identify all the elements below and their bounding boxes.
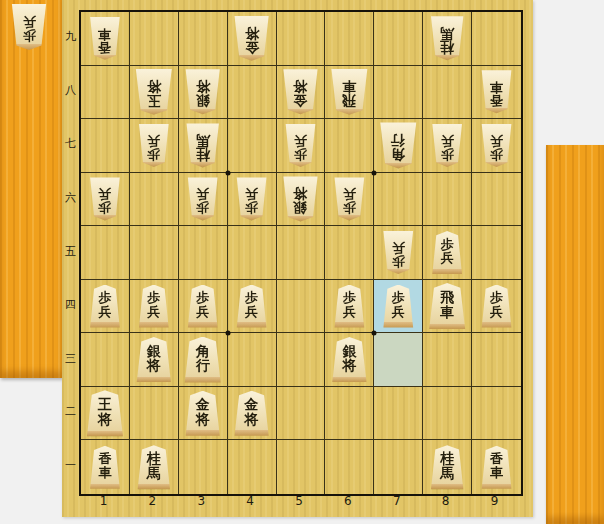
square-6-9[interactable] [325,12,374,66]
file-label: 8 [421,494,470,514]
piece-bishop[interactable]: 角行 [378,122,418,168]
piece-pawn[interactable]: 歩兵 [284,124,317,167]
square-2-3[interactable]: 銀将 [130,333,179,387]
square-3-9[interactable] [179,12,228,66]
piece-gold[interactable]: 金将 [184,391,222,436]
piece-kanji: 金将 [245,26,259,55]
piece-kanji: 桂馬 [196,133,210,162]
square-5-3[interactable] [277,333,326,387]
piece-pawn[interactable]: 歩兵 [10,4,48,50]
square-2-2[interactable] [130,387,179,441]
piece-pawn[interactable]: 歩兵 [235,177,268,220]
square-3-1[interactable] [179,440,228,494]
square-8-5[interactable]: 歩兵 [423,226,472,280]
square-1-9[interactable]: 香車 [81,12,130,66]
square-8-8[interactable] [423,66,472,120]
square-3-5[interactable] [179,226,228,280]
piece-bishop[interactable]: 角行 [183,337,223,383]
square-7-6[interactable] [374,173,423,227]
piece-pawn[interactable]: 歩兵 [88,177,121,220]
piece-kanji: 歩兵 [490,291,503,318]
file-label: 9 [470,494,519,514]
square-4-1[interactable] [228,440,277,494]
piece-kanji: 歩兵 [147,291,160,318]
piece-knight[interactable]: 桂馬 [429,445,465,489]
piece-kanji: 歩兵 [343,291,356,318]
piece-kanji: 歩兵 [23,15,36,42]
square-4-3[interactable] [228,333,277,387]
square-1-4[interactable]: 歩兵 [81,280,130,334]
shogi-app: 歩兵 九八七六五四三二一 香車金将桂馬玉将銀将金将飛車香車歩兵桂馬歩兵角行歩兵歩… [0,0,604,524]
hoshi-point [372,331,377,336]
square-6-8[interactable]: 飛車 [325,66,374,120]
piece-pawn[interactable]: 歩兵 [480,124,513,167]
piece-gold[interactable]: 金将 [233,16,271,61]
piece-pawn[interactable]: 歩兵 [235,285,268,328]
square-6-2[interactable] [325,387,374,441]
piece-kanji: 香車 [490,80,503,107]
square-6-6[interactable]: 歩兵 [325,173,374,227]
sente-komadai: 歩兵 [0,0,62,378]
rank-labels: 九八七六五四三二一 [62,10,79,492]
piece-gold[interactable]: 金将 [281,69,319,114]
hoshi-point [225,170,230,175]
square-6-4[interactable]: 歩兵 [325,280,374,334]
file-label: 5 [275,494,324,514]
piece-silver[interactable]: 銀将 [184,69,222,114]
piece-kanji: 歩兵 [245,291,258,318]
piece-pawn[interactable]: 歩兵 [431,231,464,274]
piece-kanji: 桂馬 [440,26,454,55]
piece-kanji: 玉将 [147,79,161,108]
rank-label: 一 [62,439,79,493]
piece-kanji: 歩兵 [98,187,111,214]
piece-pawn[interactable]: 歩兵 [431,124,464,167]
shogi-board-panel: 九八七六五四三二一 香車金将桂馬玉将銀将金将飛車香車歩兵桂馬歩兵角行歩兵歩兵歩兵… [62,0,533,517]
rank-label: 四 [62,278,79,332]
piece-kanji: 歩兵 [392,291,405,318]
square-9-5[interactable] [472,226,521,280]
square-3-2[interactable]: 金将 [179,387,228,441]
square-7-4[interactable]: 歩兵 [374,280,423,334]
gote-komadai [546,145,604,524]
piece-kanji: 飛車 [440,290,454,319]
square-4-4[interactable]: 歩兵 [228,280,277,334]
file-label: 6 [323,494,372,514]
piece-pawn[interactable]: 歩兵 [186,177,219,220]
piece-kanji: 香車 [98,27,111,54]
rank-label: 五 [62,224,79,278]
rank-label: 二 [62,385,79,439]
square-2-6[interactable] [130,173,179,227]
square-8-9[interactable]: 桂馬 [423,12,472,66]
square-2-5[interactable] [130,226,179,280]
piece-silver[interactable]: 銀将 [135,337,173,382]
piece-kanji: 歩兵 [392,241,405,268]
square-7-3[interactable] [374,333,423,387]
piece-lance[interactable]: 香車 [88,446,121,489]
piece-pawn[interactable]: 歩兵 [382,231,415,274]
square-3-4[interactable]: 歩兵 [179,280,228,334]
square-6-7[interactable] [325,119,374,173]
square-9-2[interactable] [472,387,521,441]
square-9-3[interactable] [472,333,521,387]
square-5-2[interactable] [277,387,326,441]
square-7-5[interactable]: 歩兵 [374,226,423,280]
square-9-9[interactable] [472,12,521,66]
piece-kanji: 歩兵 [441,134,454,161]
square-5-8[interactable]: 金将 [277,66,326,120]
piece-kanji: 歩兵 [147,134,160,161]
square-9-7[interactable]: 歩兵 [472,119,521,173]
piece-kanji: 歩兵 [490,134,503,161]
piece-rook[interactable]: 飛車 [427,283,467,329]
square-3-8[interactable]: 銀将 [179,66,228,120]
square-1-6[interactable]: 歩兵 [81,173,130,227]
square-9-1[interactable]: 香車 [472,440,521,494]
piece-kanji: 銀将 [147,344,161,373]
piece-king[interactable]: 王将 [85,390,125,436]
square-5-4[interactable] [277,280,326,334]
piece-kanji: 歩兵 [98,291,111,318]
square-9-8[interactable]: 香車 [472,66,521,120]
piece-knight[interactable]: 桂馬 [185,123,221,167]
square-4-2[interactable]: 金将 [228,387,277,441]
piece-kanji: 桂馬 [147,451,161,480]
piece-knight[interactable]: 桂馬 [429,16,465,60]
square-3-7[interactable]: 桂馬 [179,119,228,173]
piece-kanji: 王将 [98,397,112,426]
square-6-5[interactable] [325,226,374,280]
square-7-9[interactable] [374,12,423,66]
piece-pawn[interactable]: 歩兵 [333,285,366,328]
piece-kanji: 歩兵 [196,187,209,214]
square-7-7[interactable]: 角行 [374,119,423,173]
square-5-9[interactable] [277,12,326,66]
piece-lance[interactable]: 香車 [480,70,513,113]
square-2-7[interactable]: 歩兵 [130,119,179,173]
file-label: 7 [372,494,421,514]
square-5-7[interactable]: 歩兵 [277,119,326,173]
square-8-7[interactable]: 歩兵 [423,119,472,173]
square-7-2[interactable] [374,387,423,441]
piece-pawn[interactable]: 歩兵 [333,177,366,220]
piece-kanji: 歩兵 [245,187,258,214]
square-2-1[interactable]: 桂馬 [130,440,179,494]
piece-kanji: 金将 [245,397,259,426]
piece-kanji: 金将 [293,79,307,108]
square-3-6[interactable]: 歩兵 [179,173,228,227]
square-6-1[interactable] [325,440,374,494]
rank-label: 九 [62,10,79,64]
square-8-3[interactable] [423,333,472,387]
square-1-7[interactable] [81,119,130,173]
piece-pawn[interactable]: 歩兵 [137,285,170,328]
square-5-6[interactable]: 銀将 [277,173,326,227]
square-6-3[interactable]: 銀将 [325,333,374,387]
piece-pawn[interactable]: 歩兵 [480,285,513,328]
piece-kanji: 歩兵 [196,291,209,318]
file-label: 2 [128,494,177,514]
piece-kanji: 桂馬 [440,451,454,480]
piece-king[interactable]: 玉将 [134,69,174,115]
piece-rook[interactable]: 飛車 [329,69,369,115]
piece-pawn[interactable]: 歩兵 [186,285,219,328]
piece-silver[interactable]: 銀将 [281,176,319,221]
square-9-4[interactable]: 歩兵 [472,280,521,334]
rank-label: 三 [62,331,79,385]
piece-pawn[interactable]: 歩兵 [137,124,170,167]
file-label: 3 [177,494,226,514]
piece-kanji: 歩兵 [441,238,454,265]
piece-kanji: 角行 [391,133,405,162]
rank-label: 七 [62,117,79,171]
piece-kanji: 銀将 [342,344,356,373]
square-2-8[interactable]: 玉将 [130,66,179,120]
square-8-4[interactable]: 飛車 [423,280,472,334]
hoshi-point [225,331,230,336]
piece-lance[interactable]: 香車 [480,446,513,489]
square-1-3[interactable] [81,333,130,387]
rank-label: 六 [62,171,79,225]
piece-kanji: 角行 [196,344,210,373]
square-4-5[interactable] [228,226,277,280]
square-1-8[interactable] [81,66,130,120]
square-1-2[interactable]: 王将 [81,387,130,441]
square-9-6[interactable] [472,173,521,227]
square-1-5[interactable] [81,226,130,280]
square-3-3[interactable]: 角行 [179,333,228,387]
piece-kanji: 銀将 [196,79,210,108]
piece-lance[interactable]: 香車 [88,17,121,60]
square-7-8[interactable] [374,66,423,120]
square-8-1[interactable]: 桂馬 [423,440,472,494]
piece-pawn[interactable]: 歩兵 [88,285,121,328]
piece-kanji: 香車 [98,452,111,479]
square-5-5[interactable] [277,226,326,280]
piece-kanji: 金将 [196,397,210,426]
square-2-9[interactable] [130,12,179,66]
rank-label: 八 [62,64,79,118]
piece-gold[interactable]: 金将 [233,391,271,436]
piece-pawn[interactable]: 歩兵 [382,285,415,328]
piece-kanji: 香車 [490,452,503,479]
piece-kanji: 飛車 [342,79,356,108]
board-grid: 香車金将桂馬玉将銀将金将飛車香車歩兵桂馬歩兵角行歩兵歩兵歩兵歩兵歩兵銀将歩兵歩兵… [79,10,523,496]
square-4-9[interactable]: 金将 [228,12,277,66]
piece-knight[interactable]: 桂馬 [136,445,172,489]
file-label: 4 [226,494,275,514]
square-1-1[interactable]: 香車 [81,440,130,494]
square-2-4[interactable]: 歩兵 [130,280,179,334]
piece-silver[interactable]: 銀将 [330,337,368,382]
square-5-1[interactable] [277,440,326,494]
square-8-2[interactable] [423,387,472,441]
piece-kanji: 歩兵 [294,134,307,161]
piece-kanji: 銀将 [293,186,307,215]
square-4-8[interactable] [228,66,277,120]
square-7-1[interactable] [374,440,423,494]
hoshi-point [372,170,377,175]
file-label: 1 [79,494,128,514]
file-labels: 123456789 [79,494,519,514]
piece-kanji: 歩兵 [343,187,356,214]
square-4-7[interactable] [228,119,277,173]
square-8-6[interactable] [423,173,472,227]
square-4-6[interactable]: 歩兵 [228,173,277,227]
